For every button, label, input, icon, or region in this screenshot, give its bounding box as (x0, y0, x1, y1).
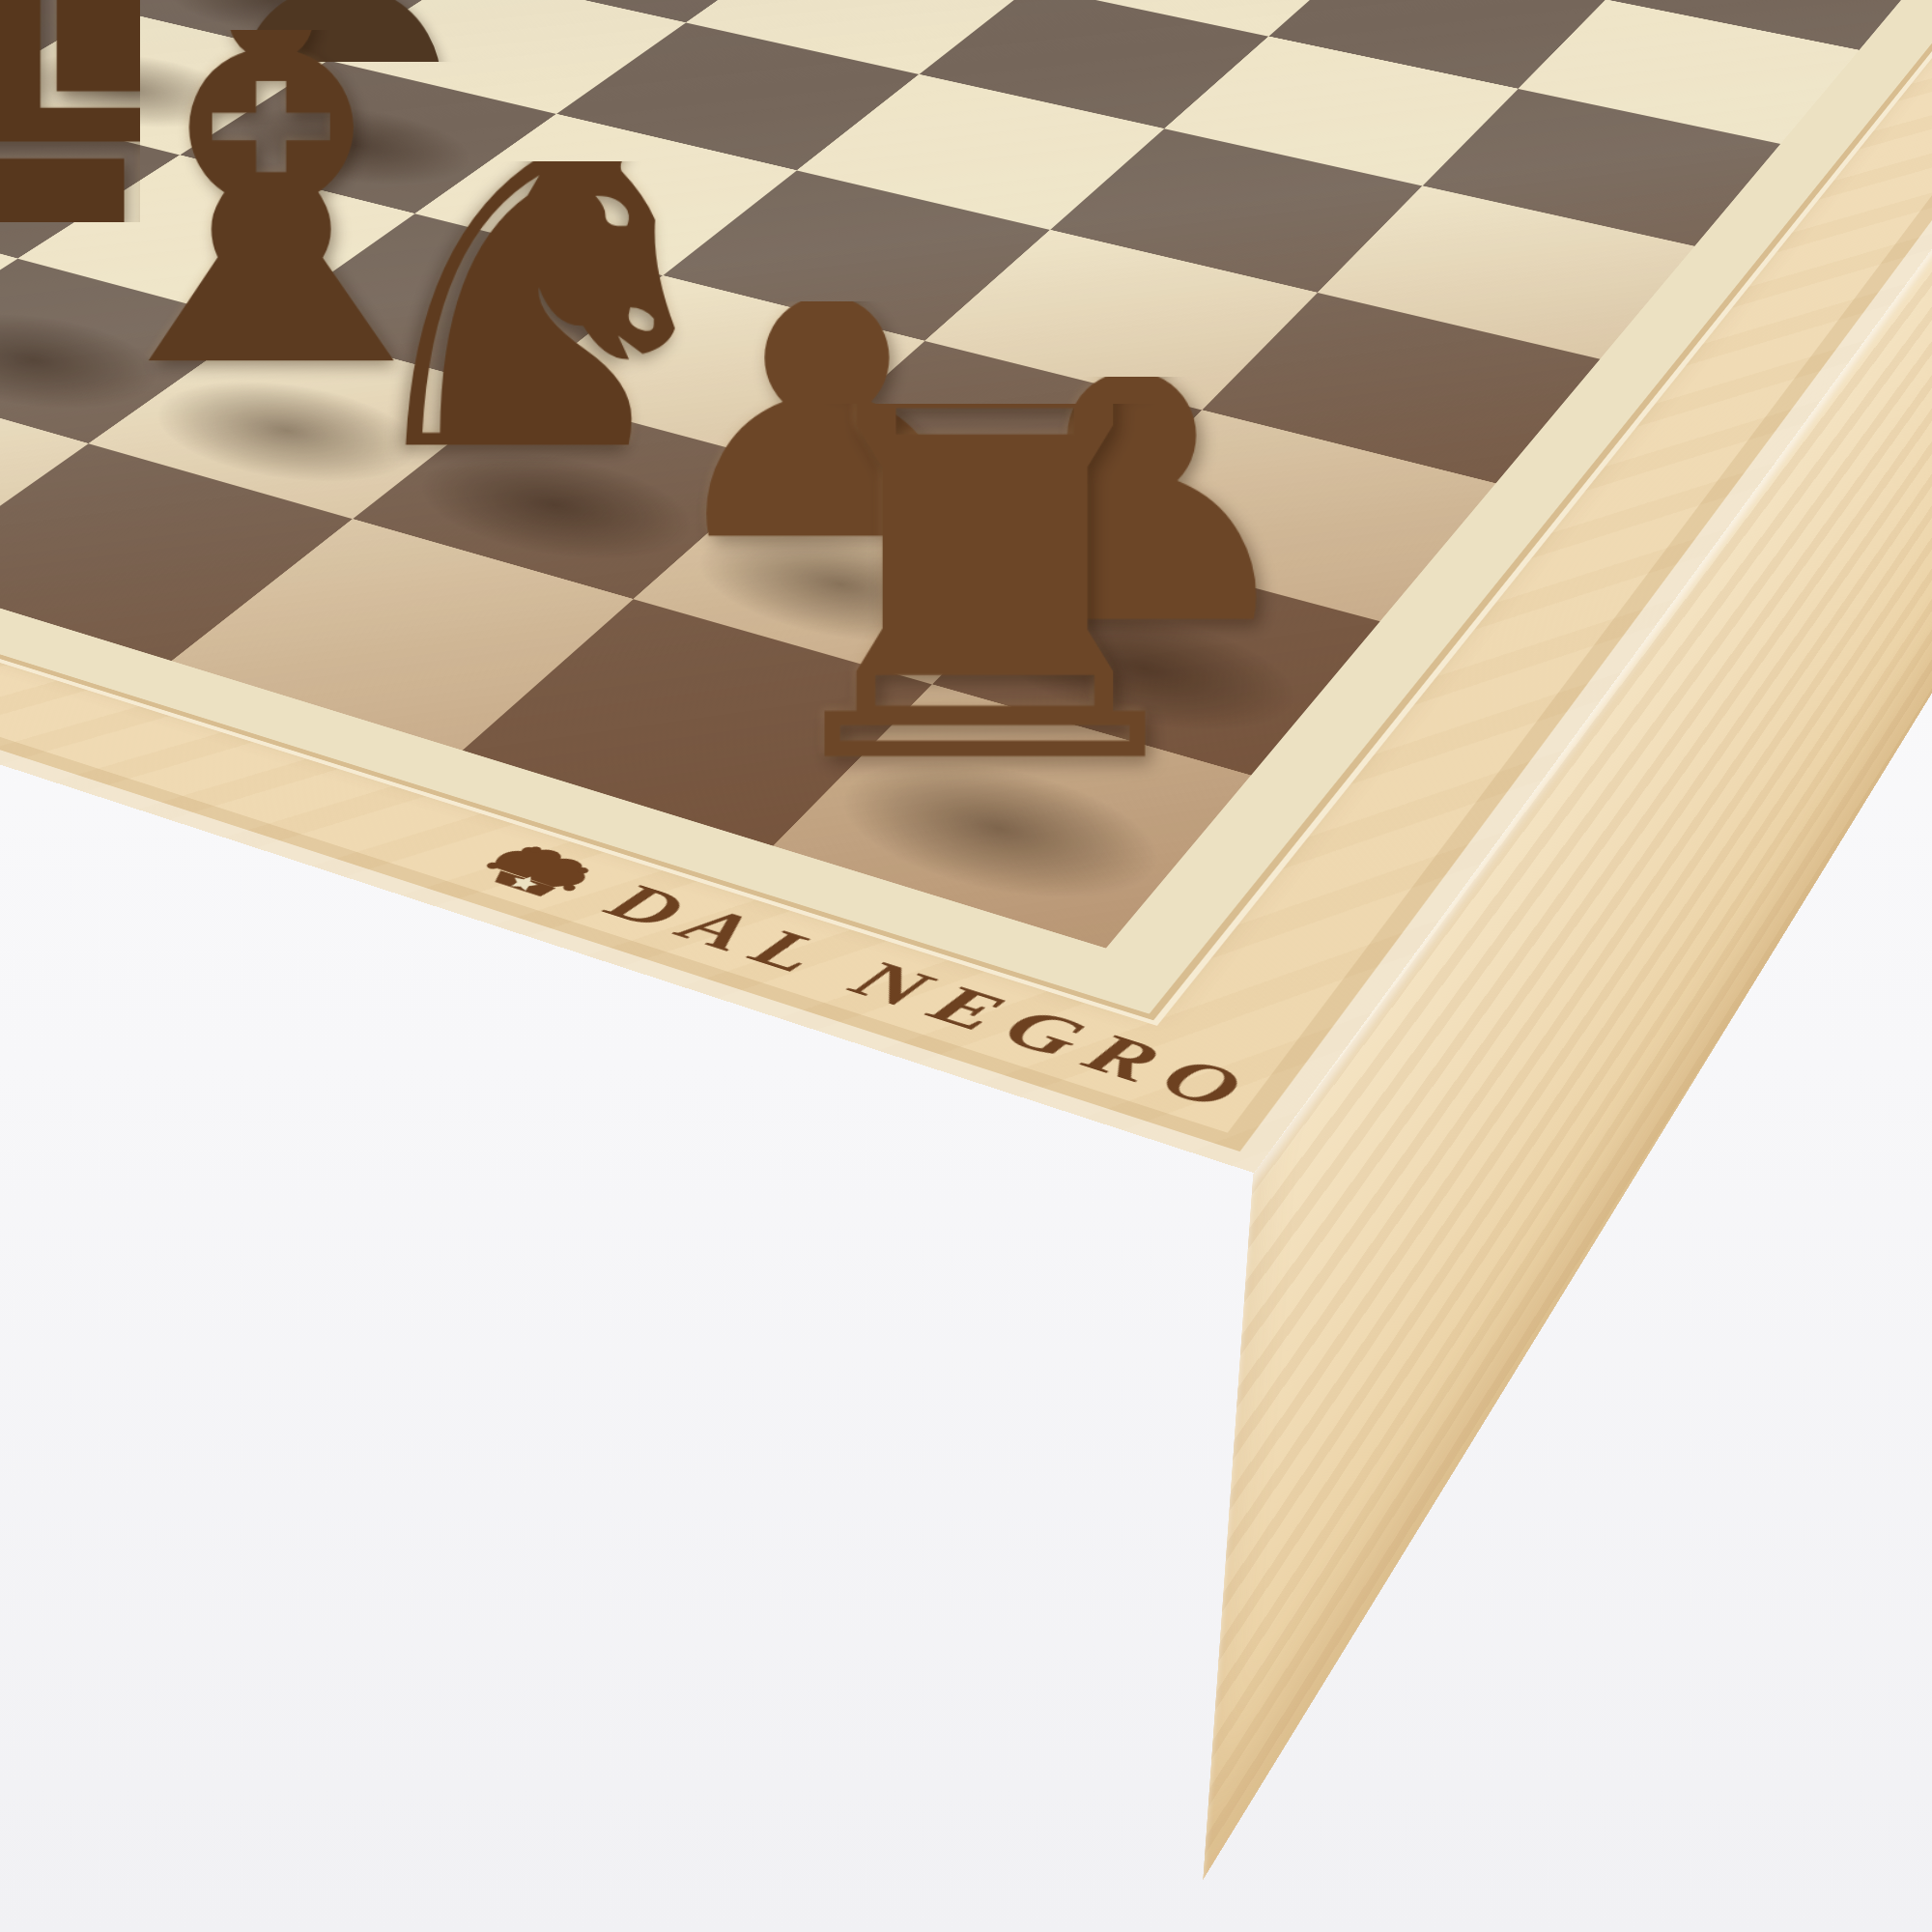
jester-hat-icon (469, 837, 608, 907)
chess-box: ♜♟♟♞♝♚♟♟♟♟ DAL NEGRO (0, 0, 1932, 1173)
board-frame: ♜♟♟♞♝♚♟♟♟♟ DAL NEGRO (0, 0, 1932, 1173)
piece-black-rook-h1: ♜ (765, 404, 1205, 843)
product-photo-scene: ♜♟♟♞♝♚♟♟♟♟ DAL NEGRO (0, 0, 1932, 1932)
